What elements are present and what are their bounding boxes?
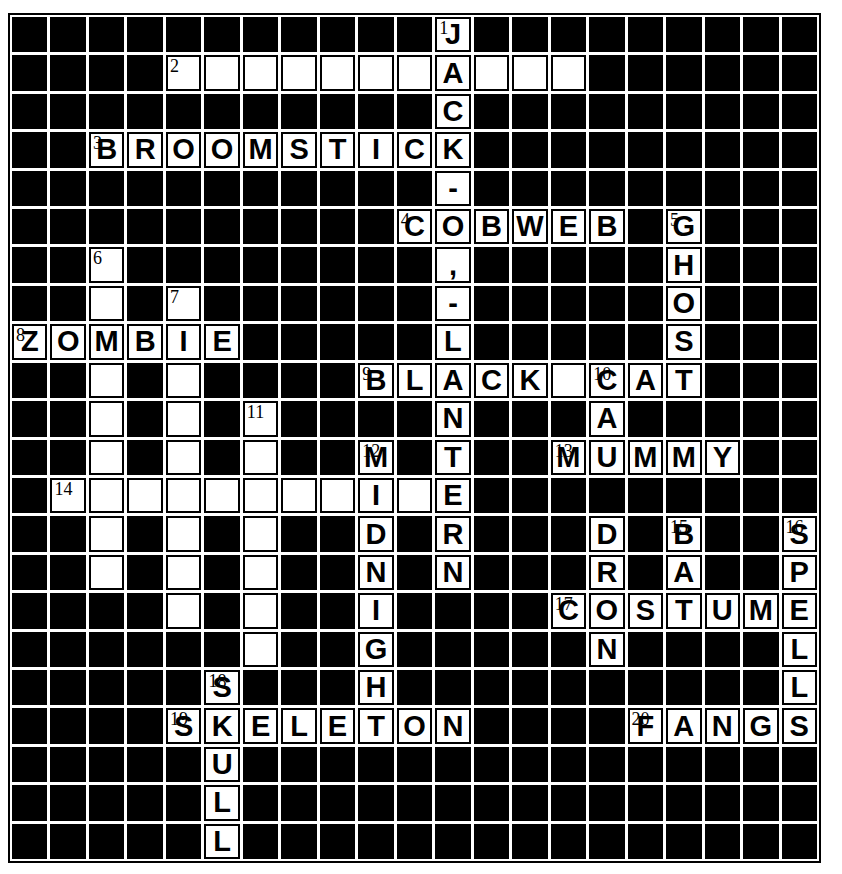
cell-r11-c11[interactable]: T: [435, 440, 470, 475]
black-cell-r17-c8: [320, 670, 355, 705]
black-cell-r16-c14: [551, 632, 586, 667]
black-cell-r14-c1: [50, 555, 85, 590]
cell-r17-c9[interactable]: H: [358, 670, 393, 705]
black-cell-r12-c19: [743, 478, 778, 513]
black-cell-r9-c5: [204, 363, 239, 398]
cell-r3-c4[interactable]: O: [166, 132, 201, 167]
black-cell-r9-c1: [50, 363, 85, 398]
black-cell-r16-c2: [89, 632, 124, 667]
black-cell-r7-c16: [628, 286, 663, 321]
cell-r12-c8[interactable]: [320, 478, 355, 513]
cell-r10-c6[interactable]: 11: [243, 401, 278, 436]
cell-r7-c11[interactable]: -: [435, 286, 470, 321]
black-cell-r6-c20: [782, 247, 817, 282]
black-cell-r2-c19: [743, 94, 778, 129]
cell-letter: G: [365, 635, 388, 664]
cell-letter: S: [289, 135, 308, 164]
cell-r15-c19[interactable]: M: [743, 593, 778, 628]
black-cell-r12-c12: [474, 478, 509, 513]
cell-r18-c18[interactable]: N: [705, 708, 740, 743]
cell-r12-c2[interactable]: [89, 478, 124, 513]
cell-r7-c2[interactable]: [89, 286, 124, 321]
black-cell-r12-c17: [666, 478, 701, 513]
cell-r14-c20[interactable]: P: [782, 555, 817, 590]
cell-letter: L: [444, 327, 462, 356]
cell-r18-c10[interactable]: O: [397, 708, 432, 743]
cell-r7-c17[interactable]: O: [666, 286, 701, 321]
cell-r11-c9[interactable]: 12M: [358, 440, 393, 475]
cell-r20-c5[interactable]: L: [204, 785, 239, 820]
cell-letter: B: [481, 212, 502, 241]
black-cell-r7-c12: [474, 286, 509, 321]
cell-r18-c19[interactable]: G: [743, 708, 778, 743]
black-cell-r13-c13: [512, 516, 547, 551]
cell-r12-c6[interactable]: [243, 478, 278, 513]
cell-r8-c3[interactable]: B: [127, 324, 162, 359]
black-cell-r0-c17: [666, 17, 701, 52]
black-cell-r4-c4: [166, 171, 201, 206]
black-cell-r3-c18: [705, 132, 740, 167]
cell-r9-c9[interactable]: 9B: [358, 363, 393, 398]
black-cell-r16-c0: [12, 632, 47, 667]
black-cell-r15-c11: [435, 593, 470, 628]
cell-r3-c2[interactable]: 3B: [89, 132, 124, 167]
cell-r14-c9[interactable]: N: [358, 555, 393, 590]
black-cell-r20-c9: [358, 785, 393, 820]
black-cell-r6-c5: [204, 247, 239, 282]
cell-r12-c4[interactable]: [166, 478, 201, 513]
black-cell-r11-c5: [204, 440, 239, 475]
cell-r8-c4[interactable]: I: [166, 324, 201, 359]
cell-r8-c1[interactable]: O: [50, 324, 85, 359]
cell-r14-c11[interactable]: N: [435, 555, 470, 590]
black-cell-r21-c13: [512, 824, 547, 859]
cell-r16-c9[interactable]: G: [358, 632, 393, 667]
cell-r6-c17[interactable]: H: [666, 247, 701, 282]
black-cell-r12-c0: [12, 478, 47, 513]
black-cell-r5-c7: [281, 209, 316, 244]
cell-r15-c16[interactable]: S: [628, 593, 663, 628]
cell-r10-c4[interactable]: [166, 401, 201, 436]
clue-number-14: 14: [54, 480, 72, 499]
cell-letter: T: [444, 443, 462, 472]
cell-r9-c10[interactable]: L: [397, 363, 432, 398]
black-cell-r20-c15: [589, 785, 624, 820]
cell-letter: O: [403, 712, 426, 741]
black-cell-r5-c18: [705, 209, 740, 244]
black-cell-r13-c8: [320, 516, 355, 551]
cell-r3-c7[interactable]: S: [281, 132, 316, 167]
cell-letter: M: [633, 443, 657, 472]
black-cell-r19-c14: [551, 747, 586, 782]
black-cell-r0-c19: [743, 17, 778, 52]
cell-r5-c12[interactable]: B: [474, 209, 509, 244]
black-cell-r13-c18: [705, 516, 740, 551]
cell-letter: N: [596, 635, 617, 664]
black-cell-r4-c1: [50, 171, 85, 206]
cell-letter: A: [635, 366, 656, 395]
cell-r0-c11[interactable]: 1J: [435, 17, 470, 52]
clue-number-13: 13: [555, 442, 573, 461]
black-cell-r20-c17: [666, 785, 701, 820]
cell-r11-c4[interactable]: [166, 440, 201, 475]
cell-letter: O: [442, 212, 465, 241]
cell-r3-c5[interactable]: O: [204, 132, 239, 167]
black-cell-r19-c3: [127, 747, 162, 782]
cell-r2-c11[interactable]: C: [435, 94, 470, 129]
cell-r11-c18[interactable]: Y: [705, 440, 740, 475]
cell-r13-c17[interactable]: 15B: [666, 516, 701, 551]
cell-r9-c15[interactable]: 10C: [589, 363, 624, 398]
cell-r13-c4[interactable]: [166, 516, 201, 551]
cell-r1-c8[interactable]: [320, 55, 355, 90]
black-cell-r18-c2: [89, 708, 124, 743]
black-cell-r4-c8: [320, 171, 355, 206]
cell-r1-c11[interactable]: A: [435, 55, 470, 90]
cell-r1-c12[interactable]: [474, 55, 509, 90]
cell-r12-c10[interactable]: [397, 478, 432, 513]
black-cell-r14-c8: [320, 555, 355, 590]
cell-letter: N: [366, 558, 387, 587]
cell-r16-c6[interactable]: [243, 632, 278, 667]
black-cell-r3-c19: [743, 132, 778, 167]
black-cell-r0-c16: [628, 17, 663, 52]
cell-r16-c20[interactable]: L: [782, 632, 817, 667]
black-cell-r21-c4: [166, 824, 201, 859]
black-cell-r12-c15: [589, 478, 624, 513]
black-cell-r10-c5: [204, 401, 239, 436]
cell-r7-c4[interactable]: 7: [166, 286, 201, 321]
black-cell-r7-c19: [743, 286, 778, 321]
black-cell-r19-c0: [12, 747, 47, 782]
cell-letter: H: [673, 251, 694, 280]
cell-r1-c4[interactable]: 2: [166, 55, 201, 90]
cell-r3-c3[interactable]: R: [127, 132, 162, 167]
black-cell-r0-c10: [397, 17, 432, 52]
black-cell-r19-c12: [474, 747, 509, 782]
black-cell-r7-c3: [127, 286, 162, 321]
cell-r9-c13[interactable]: K: [512, 363, 547, 398]
black-cell-r7-c18: [705, 286, 740, 321]
black-cell-r16-c1: [50, 632, 85, 667]
cell-letter: S: [674, 327, 693, 356]
cell-r5-c14[interactable]: E: [551, 209, 586, 244]
cell-letter: K: [212, 712, 233, 741]
black-cell-r17-c4: [166, 670, 201, 705]
cell-r18-c16[interactable]: 20F: [628, 708, 663, 743]
black-cell-r10-c14: [551, 401, 586, 436]
black-cell-r3-c13: [512, 132, 547, 167]
black-cell-r10-c19: [743, 401, 778, 436]
black-cell-r14-c12: [474, 555, 509, 590]
black-cell-r17-c12: [474, 670, 509, 705]
cell-r17-c20[interactable]: L: [782, 670, 817, 705]
cell-r5-c17[interactable]: 5G: [666, 209, 701, 244]
black-cell-r0-c20: [782, 17, 817, 52]
black-cell-r19-c4: [166, 747, 201, 782]
cell-r8-c11[interactable]: L: [435, 324, 470, 359]
clue-number-11: 11: [247, 403, 264, 422]
cell-r15-c4[interactable]: [166, 593, 201, 628]
black-cell-r21-c12: [474, 824, 509, 859]
cell-r11-c17[interactable]: M: [666, 440, 701, 475]
clue-number-17: 17: [555, 595, 573, 614]
cell-letter: L: [406, 366, 424, 395]
cell-r11-c15[interactable]: U: [589, 440, 624, 475]
cell-r8-c17[interactable]: S: [666, 324, 701, 359]
black-cell-r16-c13: [512, 632, 547, 667]
cell-r12-c3[interactable]: [127, 478, 162, 513]
cell-r10-c11[interactable]: N: [435, 401, 470, 436]
black-cell-r7-c10: [397, 286, 432, 321]
cell-r1-c9[interactable]: [358, 55, 393, 90]
black-cell-r0-c13: [512, 17, 547, 52]
black-cell-r4-c13: [512, 171, 547, 206]
black-cell-r6-c1: [50, 247, 85, 282]
cell-r9-c16[interactable]: A: [628, 363, 663, 398]
black-cell-r20-c10: [397, 785, 432, 820]
cell-r18-c4[interactable]: 19S: [166, 708, 201, 743]
cell-r9-c14[interactable]: [551, 363, 586, 398]
cell-r15-c20[interactable]: E: [782, 593, 817, 628]
black-cell-r17-c2: [89, 670, 124, 705]
black-cell-r20-c2: [89, 785, 124, 820]
cell-r18-c17[interactable]: A: [666, 708, 701, 743]
clue-number-19: 19: [170, 710, 188, 729]
cell-letter: U: [212, 750, 233, 779]
cell-r8-c0[interactable]: 8Z: [12, 324, 47, 359]
cell-r18-c11[interactable]: N: [435, 708, 470, 743]
cell-r1-c6[interactable]: [243, 55, 278, 90]
cell-letter: M: [95, 327, 119, 356]
black-cell-r21-c0: [12, 824, 47, 859]
black-cell-r17-c10: [397, 670, 432, 705]
cell-r14-c2[interactable]: [89, 555, 124, 590]
cell-r16-c15[interactable]: N: [589, 632, 624, 667]
cell-r6-c11[interactable]: ,: [435, 247, 470, 282]
cell-letter: M: [672, 443, 696, 472]
cell-r5-c10[interactable]: 4C: [397, 209, 432, 244]
cell-letter: M: [749, 596, 773, 625]
clue-number-9: 9: [362, 365, 371, 384]
cell-r1-c13[interactable]: [512, 55, 547, 90]
cell-r14-c15[interactable]: R: [589, 555, 624, 590]
cell-r12-c7[interactable]: [281, 478, 316, 513]
black-cell-r4-c9: [358, 171, 393, 206]
cell-r3-c10[interactable]: C: [397, 132, 432, 167]
black-cell-r3-c17: [666, 132, 701, 167]
cell-r5-c13[interactable]: W: [512, 209, 547, 244]
black-cell-r1-c18: [705, 55, 740, 90]
cell-r21-c5[interactable]: L: [204, 824, 239, 859]
cell-letter: C: [481, 366, 502, 395]
cell-r13-c6[interactable]: [243, 516, 278, 551]
black-cell-r15-c0: [12, 593, 47, 628]
cell-r15-c17[interactable]: T: [666, 593, 701, 628]
black-cell-r2-c12: [474, 94, 509, 129]
cell-r9-c4[interactable]: [166, 363, 201, 398]
black-cell-r5-c3: [127, 209, 162, 244]
cell-r13-c15[interactable]: D: [589, 516, 624, 551]
cell-letter: Y: [713, 443, 732, 472]
clue-number-1: 1: [439, 19, 448, 38]
black-cell-r11-c20: [782, 440, 817, 475]
cell-r12-c1[interactable]: 14: [50, 478, 85, 513]
cell-r9-c2[interactable]: [89, 363, 124, 398]
cell-r12-c5[interactable]: [204, 478, 239, 513]
cell-r18-c9[interactable]: T: [358, 708, 393, 743]
cell-r8-c5[interactable]: E: [204, 324, 239, 359]
black-cell-r19-c13: [512, 747, 547, 782]
cell-r13-c9[interactable]: D: [358, 516, 393, 551]
black-cell-r1-c15: [589, 55, 624, 90]
black-cell-r8-c15: [589, 324, 624, 359]
black-cell-r15-c7: [281, 593, 316, 628]
black-cell-r2-c0: [12, 94, 47, 129]
black-cell-r14-c10: [397, 555, 432, 590]
cell-r13-c20[interactable]: 16S: [782, 516, 817, 551]
cell-r15-c15[interactable]: O: [589, 593, 624, 628]
cell-r4-c11[interactable]: -: [435, 171, 470, 206]
cell-r15-c14[interactable]: 17C: [551, 593, 586, 628]
cell-r9-c17[interactable]: T: [666, 363, 701, 398]
cell-r10-c2[interactable]: [89, 401, 124, 436]
black-cell-r6-c6: [243, 247, 278, 282]
black-cell-r2-c10: [397, 94, 432, 129]
black-cell-r1-c16: [628, 55, 663, 90]
black-cell-r2-c5: [204, 94, 239, 129]
cell-r19-c5[interactable]: U: [204, 747, 239, 782]
cell-letter: L: [213, 788, 231, 817]
cell-r11-c16[interactable]: M: [628, 440, 663, 475]
black-cell-r20-c13: [512, 785, 547, 820]
cell-r11-c6[interactable]: [243, 440, 278, 475]
black-cell-r8-c10: [397, 324, 432, 359]
black-cell-r14-c14: [551, 555, 586, 590]
black-cell-r5-c4: [166, 209, 201, 244]
cell-r6-c2[interactable]: 6: [89, 247, 124, 282]
cell-r10-c15[interactable]: A: [589, 401, 624, 436]
black-cell-r21-c15: [589, 824, 624, 859]
black-cell-r8-c14: [551, 324, 586, 359]
cell-letter: L: [790, 635, 808, 664]
black-cell-r4-c16: [628, 171, 663, 206]
black-cell-r5-c16: [628, 209, 663, 244]
cell-r18-c8[interactable]: E: [320, 708, 355, 743]
cell-letter: B: [596, 212, 617, 241]
black-cell-r15-c3: [127, 593, 162, 628]
cell-r5-c15[interactable]: B: [589, 209, 624, 244]
cell-r3-c9[interactable]: I: [358, 132, 393, 167]
cell-r8-c2[interactable]: M: [89, 324, 124, 359]
cell-r18-c5[interactable]: K: [204, 708, 239, 743]
cell-r13-c11[interactable]: R: [435, 516, 470, 551]
cell-letter: O: [211, 135, 234, 164]
cell-r15-c18[interactable]: U: [705, 593, 740, 628]
cell-r1-c7[interactable]: [281, 55, 316, 90]
black-cell-r18-c1: [50, 708, 85, 743]
clue-number-2: 2: [170, 57, 179, 76]
black-cell-r0-c18: [705, 17, 740, 52]
black-cell-r6-c14: [551, 247, 586, 282]
black-cell-r19-c11: [435, 747, 470, 782]
crossword-frame: 1J2AC3BROOMSTICK-4COBWEB5G6,H7-O8ZOMBIEL…: [8, 13, 821, 863]
clue-number-18: 18: [208, 672, 226, 691]
black-cell-r11-c7: [281, 440, 316, 475]
cell-letter: E: [251, 712, 270, 741]
cell-r12-c11[interactable]: E: [435, 478, 470, 513]
black-cell-r15-c8: [320, 593, 355, 628]
cell-r1-c14[interactable]: [551, 55, 586, 90]
cell-r5-c11[interactable]: O: [435, 209, 470, 244]
black-cell-r19-c17: [666, 747, 701, 782]
cell-r15-c6[interactable]: [243, 593, 278, 628]
black-cell-r4-c6: [243, 171, 278, 206]
black-cell-r2-c17: [666, 94, 701, 129]
black-cell-r2-c4: [166, 94, 201, 129]
black-cell-r7-c0: [12, 286, 47, 321]
black-cell-r6-c18: [705, 247, 740, 282]
black-cell-r6-c0: [12, 247, 47, 282]
cell-r17-c5[interactable]: 18S: [204, 670, 239, 705]
cell-r3-c6[interactable]: M: [243, 132, 278, 167]
black-cell-r10-c18: [705, 401, 740, 436]
black-cell-r20-c6: [243, 785, 278, 820]
black-cell-r20-c1: [50, 785, 85, 820]
cell-r18-c6[interactable]: E: [243, 708, 278, 743]
cell-letter: U: [712, 596, 733, 625]
cell-r14-c17[interactable]: A: [666, 555, 701, 590]
cell-r15-c9[interactable]: I: [358, 593, 393, 628]
black-cell-r20-c18: [705, 785, 740, 820]
black-cell-r11-c10: [397, 440, 432, 475]
black-cell-r21-c8: [320, 824, 355, 859]
cell-r11-c2[interactable]: [89, 440, 124, 475]
cell-r1-c5[interactable]: [204, 55, 239, 90]
cell-r9-c12[interactable]: C: [474, 363, 509, 398]
cell-letter: L: [290, 712, 308, 741]
black-cell-r2-c6: [243, 94, 278, 129]
black-cell-r17-c19: [743, 670, 778, 705]
cell-r12-c9[interactable]: I: [358, 478, 393, 513]
cell-r11-c14[interactable]: 13M: [551, 440, 586, 475]
black-cell-r21-c1: [50, 824, 85, 859]
black-cell-r17-c1: [50, 670, 85, 705]
black-cell-r0-c7: [281, 17, 316, 52]
black-cell-r3-c12: [474, 132, 509, 167]
black-cell-r2-c20: [782, 94, 817, 129]
cell-r13-c2[interactable]: [89, 516, 124, 551]
black-cell-r8-c13: [512, 324, 547, 359]
cell-r18-c7[interactable]: L: [281, 708, 316, 743]
cell-r18-c20[interactable]: S: [782, 708, 817, 743]
cell-r9-c11[interactable]: A: [435, 363, 470, 398]
black-cell-r4-c5: [204, 171, 239, 206]
cell-r3-c8[interactable]: T: [320, 132, 355, 167]
cell-r3-c11[interactable]: K: [435, 132, 470, 167]
black-cell-r18-c0: [12, 708, 47, 743]
cell-r1-c10[interactable]: [397, 55, 432, 90]
black-cell-r8-c18: [705, 324, 740, 359]
black-cell-r9-c19: [743, 363, 778, 398]
black-cell-r16-c10: [397, 632, 432, 667]
cell-r14-c4[interactable]: [166, 555, 201, 590]
black-cell-r17-c14: [551, 670, 586, 705]
black-cell-r17-c13: [512, 670, 547, 705]
cell-r14-c6[interactable]: [243, 555, 278, 590]
black-cell-r2-c7: [281, 94, 316, 129]
black-cell-r14-c13: [512, 555, 547, 590]
